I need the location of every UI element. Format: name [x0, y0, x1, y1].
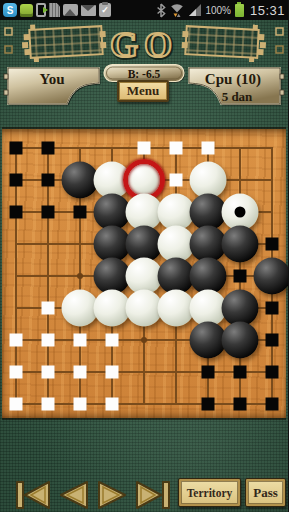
battery-icon	[235, 4, 244, 17]
pass-button[interactable]: Pass	[245, 478, 286, 507]
black-territory-marker	[202, 366, 215, 379]
status-icons-left: S ✓	[3, 3, 111, 17]
black-territory-marker	[74, 206, 87, 219]
page-title: GO	[110, 25, 178, 62]
lattice-panel-left	[21, 21, 107, 62]
right-player-name: Cpu (10)	[205, 71, 261, 88]
bottom-controls: Territory Pass	[0, 478, 288, 512]
white-territory-marker	[202, 142, 215, 155]
signal-strength-icon	[188, 3, 202, 17]
black-territory-marker	[10, 142, 23, 155]
black-territory-marker	[234, 366, 247, 379]
clipboard-icon: ✓	[99, 3, 111, 17]
step-forward-button[interactable]	[96, 480, 128, 510]
white-territory-marker	[106, 334, 119, 347]
status-icons-right: 100% 15:31	[156, 3, 285, 18]
step-back-button[interactable]	[58, 480, 90, 510]
star-point	[77, 273, 83, 279]
app-screen: S ✓ 100% 15:31	[0, 0, 288, 512]
white-territory-marker	[10, 398, 23, 411]
phone-share-icon	[36, 3, 46, 17]
skype-icon: S	[3, 3, 17, 17]
right-player-rank: 5 dan	[222, 89, 253, 104]
bluetooth-icon	[156, 3, 166, 18]
black-territory-marker	[42, 174, 55, 187]
email-icon	[81, 5, 96, 16]
black-territory-marker	[42, 206, 55, 219]
edge-ornament-right	[276, 28, 283, 35]
black-stone	[222, 322, 259, 359]
star-point	[141, 337, 147, 343]
game-header: GO GO	[0, 20, 288, 62]
gallery-icon	[63, 4, 78, 16]
white-territory-marker	[10, 366, 23, 379]
black-territory-marker	[266, 238, 279, 251]
edge-ornament-left	[5, 28, 12, 35]
territory-button[interactable]: Territory	[178, 478, 241, 507]
white-territory-marker	[106, 366, 119, 379]
black-stone	[254, 258, 289, 295]
skip-to-start-button[interactable]	[14, 480, 52, 510]
header-art: GO GO	[0, 20, 288, 62]
black-territory-marker	[10, 174, 23, 187]
dead-stone-mark	[235, 207, 246, 218]
black-territory-marker	[202, 398, 215, 411]
wifi-icon	[169, 3, 185, 18]
black-stone	[222, 226, 259, 263]
black-territory-marker	[234, 270, 247, 283]
left-player-name: You	[39, 71, 64, 87]
white-territory-marker	[170, 142, 183, 155]
white-territory-marker	[106, 398, 119, 411]
black-territory-marker	[42, 142, 55, 155]
white-territory-marker	[74, 398, 87, 411]
black-territory-marker	[266, 366, 279, 379]
status-bar: S ✓ 100% 15:31	[0, 0, 288, 20]
white-territory-marker	[74, 366, 87, 379]
white-territory-marker	[42, 302, 55, 315]
black-territory-marker	[266, 302, 279, 315]
white-territory-marker	[74, 334, 87, 347]
black-territory-marker	[266, 398, 279, 411]
white-territory-marker	[42, 398, 55, 411]
android-icon	[20, 4, 33, 17]
menu-button[interactable]: Menu	[117, 80, 169, 102]
go-board[interactable]	[2, 129, 286, 418]
sim-card-icon	[49, 3, 60, 17]
black-territory-marker	[234, 398, 247, 411]
battery-percent: 100%	[205, 5, 231, 16]
score-estimate: B: -6.5	[128, 68, 161, 80]
white-territory-marker	[42, 334, 55, 347]
white-territory-marker	[138, 142, 151, 155]
white-territory-marker	[10, 334, 23, 347]
move-navigation	[14, 480, 172, 510]
black-territory-marker	[266, 334, 279, 347]
black-territory-marker	[10, 206, 23, 219]
white-territory-marker	[170, 174, 183, 187]
skip-to-end-button[interactable]	[134, 480, 172, 510]
lattice-panel-right	[181, 21, 267, 62]
white-territory-marker	[42, 366, 55, 379]
status-time: 15:31	[250, 3, 285, 18]
